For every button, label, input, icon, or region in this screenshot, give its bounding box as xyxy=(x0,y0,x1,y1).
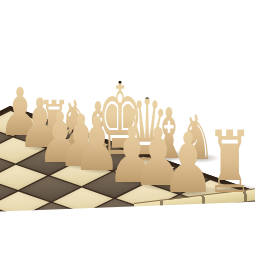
chess-set-photo: ♜♞♝♚♛♝♞♜♟♟♟♟♟♟♟♟ xyxy=(0,0,255,255)
white-pawn-a2: ♟ xyxy=(161,122,215,205)
